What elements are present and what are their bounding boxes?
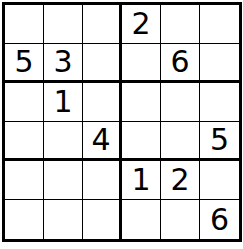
sudoku-cell-empty-r6c4[interactable] <box>122 200 161 239</box>
sudoku-cell-given-r2c2[interactable]: 3 <box>44 44 83 83</box>
sudoku-cell-given-r2c1[interactable]: 5 <box>5 44 44 83</box>
sudoku-cell-empty-r6c3[interactable] <box>83 200 122 239</box>
sudoku-cell-empty-r1c6[interactable] <box>200 5 239 44</box>
sudoku-cell-empty-r3c1[interactable] <box>5 83 44 122</box>
sudoku-cell-empty-r2c3[interactable] <box>83 44 122 83</box>
sudoku-cell-empty-r1c2[interactable] <box>44 5 83 44</box>
sudoku-cell-empty-r1c1[interactable] <box>5 5 44 44</box>
sudoku-cell-given-r6c6[interactable]: 6 <box>200 200 239 239</box>
sudoku-cell-empty-r6c1[interactable] <box>5 200 44 239</box>
sudoku-cell-empty-r3c4[interactable] <box>122 83 161 122</box>
sudoku-cell-empty-r5c6[interactable] <box>200 161 239 200</box>
sudoku-cell-empty-r4c5[interactable] <box>161 122 200 161</box>
sudoku-cell-given-r5c4[interactable]: 1 <box>122 161 161 200</box>
sudoku-cell-empty-r2c4[interactable] <box>122 44 161 83</box>
sudoku-cell-given-r1c4[interactable]: 2 <box>122 5 161 44</box>
sudoku-cell-empty-r1c5[interactable] <box>161 5 200 44</box>
sudoku-cell-empty-r3c3[interactable] <box>83 83 122 122</box>
sudoku-cell-empty-r4c1[interactable] <box>5 122 44 161</box>
sudoku-cell-empty-r5c2[interactable] <box>44 161 83 200</box>
sudoku-cell-empty-r4c4[interactable] <box>122 122 161 161</box>
sudoku-board: 2536145126 <box>2 2 242 242</box>
sudoku-cell-given-r3c2[interactable]: 1 <box>44 83 83 122</box>
sudoku-cell-empty-r2c6[interactable] <box>200 44 239 83</box>
sudoku-cell-empty-r6c2[interactable] <box>44 200 83 239</box>
sudoku-cell-given-r4c6[interactable]: 5 <box>200 122 239 161</box>
sudoku-cell-given-r5c5[interactable]: 2 <box>161 161 200 200</box>
sudoku-cell-empty-r3c5[interactable] <box>161 83 200 122</box>
sudoku-cell-empty-r5c1[interactable] <box>5 161 44 200</box>
sudoku-cell-empty-r5c3[interactable] <box>83 161 122 200</box>
sudoku-cell-empty-r6c5[interactable] <box>161 200 200 239</box>
sudoku-cell-empty-r3c6[interactable] <box>200 83 239 122</box>
sudoku-cell-empty-r4c2[interactable] <box>44 122 83 161</box>
sudoku-cell-given-r4c3[interactable]: 4 <box>83 122 122 161</box>
sudoku-cell-given-r2c5[interactable]: 6 <box>161 44 200 83</box>
sudoku-cell-empty-r1c3[interactable] <box>83 5 122 44</box>
